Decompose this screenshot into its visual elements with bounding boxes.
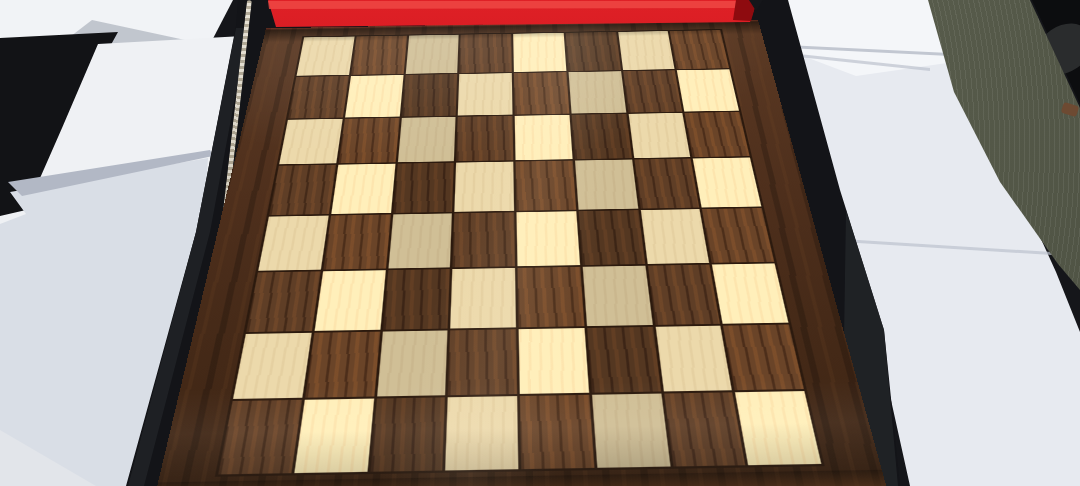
square-h1 [735,391,821,465]
square-b6 [338,118,399,164]
square-g6 [628,113,690,159]
square-e5 [516,161,576,211]
square-g7 [623,70,683,112]
square-g2 [655,325,732,392]
square-c4 [388,213,452,268]
board-grid [215,29,825,477]
square-d2 [448,329,517,396]
square-f7 [568,71,625,113]
square-g8 [618,31,675,70]
square-e6 [515,115,573,161]
square-h7 [677,69,739,111]
square-g3 [647,264,720,324]
square-f1 [592,394,670,468]
square-a2 [233,332,311,399]
square-d4 [453,212,515,267]
square-d7 [458,73,512,115]
square-f3 [582,265,652,325]
square-b8 [351,36,407,75]
square-f6 [571,114,631,160]
square-c8 [405,35,459,74]
square-e8 [513,33,566,72]
square-h2 [723,324,804,390]
square-d6 [456,116,513,162]
square-f2 [587,326,661,393]
square-c2 [376,330,447,397]
square-g4 [640,209,709,264]
square-c6 [397,117,455,163]
square-a6 [279,118,342,164]
square-f8 [565,32,620,71]
square-g1 [664,393,746,467]
square-a7 [288,76,348,118]
square-g5 [634,159,700,209]
square-d1 [445,396,518,470]
square-c7 [401,74,457,116]
square-c5 [393,163,454,213]
square-a5 [269,165,336,215]
square-b3 [314,270,385,330]
square-h5 [693,158,761,208]
square-h4 [702,208,774,263]
square-b2 [305,331,380,398]
square-h3 [712,263,788,323]
square-a3 [246,271,320,331]
square-f4 [578,210,644,265]
square-b7 [345,75,403,117]
square-c1 [370,398,446,472]
chessboard [266,20,769,486]
square-b4 [323,214,390,269]
square-c3 [382,269,450,329]
square-d8 [460,34,512,73]
square-e3 [518,267,585,327]
square-f5 [575,160,638,210]
square-d5 [455,162,514,212]
square-e4 [516,211,579,266]
square-h6 [685,112,750,158]
square-a1 [218,400,301,474]
square-e7 [514,72,569,114]
square-d3 [451,268,516,328]
square-e2 [519,328,589,395]
square-h8 [670,30,729,69]
square-a8 [297,37,355,76]
square-b1 [294,399,373,473]
photo-scene [0,0,1080,486]
square-a4 [258,216,328,271]
square-b5 [331,164,395,214]
square-e1 [520,395,594,469]
